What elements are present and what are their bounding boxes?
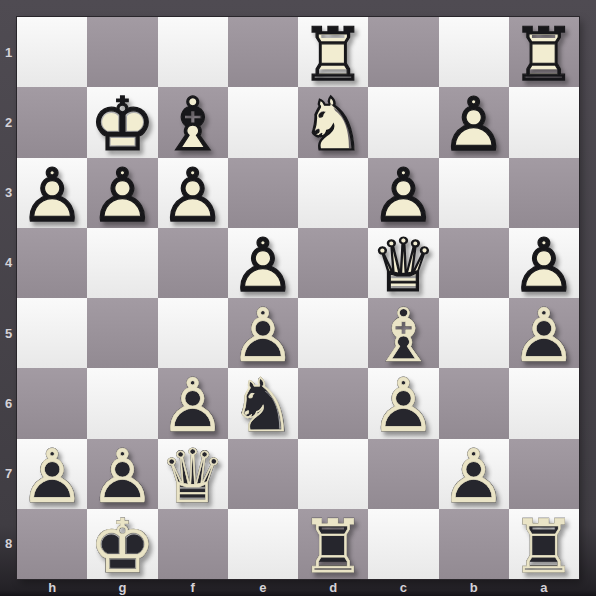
square-a4[interactable]: ♟♙ [509, 228, 579, 298]
square-d8[interactable]: ♜♖ [298, 509, 368, 579]
file-labels: hgfedcba [17, 579, 579, 596]
square-f1[interactable] [158, 17, 228, 87]
rank-labels: 12345678 [0, 17, 17, 579]
white-pawn[interactable]: ♟♙ [228, 228, 298, 298]
black-pawn[interactable]: ♟♙ [158, 368, 228, 438]
black-king[interactable]: ♚♔ [87, 509, 157, 579]
square-d3[interactable] [298, 158, 368, 228]
piece-glyph-outline: ♔ [87, 511, 157, 581]
piece-glyph-outline: ♙ [17, 160, 87, 230]
square-h6[interactable] [17, 368, 87, 438]
square-h7[interactable]: ♟♙ [17, 439, 87, 509]
square-c1[interactable] [368, 17, 438, 87]
file-label-b: b [439, 579, 509, 596]
square-f3[interactable]: ♟♙ [158, 158, 228, 228]
square-b4[interactable] [439, 228, 509, 298]
piece-glyph-outline: ♙ [368, 370, 438, 440]
file-label-g: g [87, 579, 157, 596]
square-d6[interactable] [298, 368, 368, 438]
black-rook[interactable]: ♜♖ [298, 509, 368, 579]
square-h3[interactable]: ♟♙ [17, 158, 87, 228]
white-pawn[interactable]: ♟♙ [158, 158, 228, 228]
piece-glyph-outline: ♗ [158, 89, 228, 159]
rank-label-2: 2 [0, 87, 17, 157]
square-a1[interactable]: ♜♖ [509, 17, 579, 87]
piece-glyph-outline: ♘ [298, 89, 368, 159]
rank-label-6: 6 [0, 368, 17, 438]
file-label-a: a [509, 579, 579, 596]
piece-glyph-outline: ♖ [298, 19, 368, 89]
piece-glyph-outline: ♙ [439, 441, 509, 511]
piece-glyph-outline: ♗ [368, 300, 438, 370]
piece-glyph-outline: ♖ [298, 511, 368, 581]
square-f6[interactable]: ♟♙ [158, 368, 228, 438]
piece-glyph-outline: ♙ [439, 89, 509, 159]
piece-glyph-outline: ♙ [228, 230, 298, 300]
black-pawn[interactable]: ♟♙ [87, 439, 157, 509]
file-label-e: e [228, 579, 298, 596]
piece-glyph-outline: ♕ [368, 230, 438, 300]
square-e6[interactable]: ♞♘ [228, 368, 298, 438]
board-grid: ♜♖♜♖♚♔♝♗♞♘♟♙♟♙♟♙♟♙♟♙♟♙♛♕♟♙♟♙♝♗♟♙♟♙♞♘♟♙♟♙… [17, 17, 579, 579]
chess-board-frame: 12345678 ♜♖♜♖♚♔♝♗♞♘♟♙♟♙♟♙♟♙♟♙♟♙♛♕♟♙♟♙♝♗♟… [0, 0, 596, 596]
square-e2[interactable] [228, 87, 298, 157]
square-g5[interactable] [87, 298, 157, 368]
black-pawn[interactable]: ♟♙ [17, 439, 87, 509]
square-f5[interactable] [158, 298, 228, 368]
square-e7[interactable] [228, 439, 298, 509]
rank-label-8: 8 [0, 509, 17, 579]
square-b2[interactable]: ♟♙ [439, 87, 509, 157]
file-label-f: f [158, 579, 228, 596]
black-knight[interactable]: ♞♘ [228, 368, 298, 438]
white-pawn[interactable]: ♟♙ [439, 87, 509, 157]
rank-label-4: 4 [0, 228, 17, 298]
piece-glyph-outline: ♙ [509, 300, 579, 370]
piece-glyph-outline: ♙ [509, 230, 579, 300]
square-d7[interactable] [298, 439, 368, 509]
piece-glyph-outline: ♙ [158, 370, 228, 440]
square-a3[interactable] [509, 158, 579, 228]
white-king[interactable]: ♚♔ [87, 87, 157, 157]
square-f8[interactable] [158, 509, 228, 579]
square-c5[interactable]: ♝♗ [368, 298, 438, 368]
piece-glyph-outline: ♘ [228, 370, 298, 440]
file-label-d: d [298, 579, 368, 596]
white-pawn[interactable]: ♟♙ [368, 158, 438, 228]
square-h4[interactable] [17, 228, 87, 298]
square-c7[interactable] [368, 439, 438, 509]
square-e3[interactable] [228, 158, 298, 228]
file-label-c: c [368, 579, 438, 596]
black-pawn[interactable]: ♟♙ [368, 368, 438, 438]
rank-label-7: 7 [0, 439, 17, 509]
square-g3[interactable]: ♟♙ [87, 158, 157, 228]
square-e4[interactable]: ♟♙ [228, 228, 298, 298]
square-h5[interactable] [17, 298, 87, 368]
piece-glyph-outline: ♙ [158, 160, 228, 230]
square-b3[interactable] [439, 158, 509, 228]
white-bishop[interactable]: ♝♗ [158, 87, 228, 157]
black-rook[interactable]: ♜♖ [509, 509, 579, 579]
square-a8[interactable]: ♜♖ [509, 509, 579, 579]
square-h2[interactable] [17, 87, 87, 157]
white-rook[interactable]: ♜♖ [509, 17, 579, 87]
square-e5[interactable]: ♟♙ [228, 298, 298, 368]
piece-glyph-outline: ♕ [158, 441, 228, 511]
square-g6[interactable] [87, 368, 157, 438]
square-a5[interactable]: ♟♙ [509, 298, 579, 368]
square-a7[interactable] [509, 439, 579, 509]
white-rook[interactable]: ♜♖ [298, 17, 368, 87]
piece-glyph-outline: ♖ [509, 19, 579, 89]
square-g8[interactable]: ♚♔ [87, 509, 157, 579]
black-queen[interactable]: ♛♕ [158, 439, 228, 509]
square-a6[interactable] [509, 368, 579, 438]
square-g4[interactable] [87, 228, 157, 298]
square-h1[interactable] [17, 17, 87, 87]
rank-label-1: 1 [0, 17, 17, 87]
square-g1[interactable] [87, 17, 157, 87]
white-queen[interactable]: ♛♕ [368, 228, 438, 298]
file-label-h: h [17, 579, 87, 596]
black-pawn[interactable]: ♟♙ [509, 298, 579, 368]
piece-glyph-outline: ♙ [17, 441, 87, 511]
square-d4[interactable] [298, 228, 368, 298]
square-b8[interactable] [439, 509, 509, 579]
black-pawn[interactable]: ♟♙ [439, 439, 509, 509]
square-d5[interactable] [298, 298, 368, 368]
square-e8[interactable] [228, 509, 298, 579]
square-c3[interactable]: ♟♙ [368, 158, 438, 228]
square-f2[interactable]: ♝♗ [158, 87, 228, 157]
square-c4[interactable]: ♛♕ [368, 228, 438, 298]
square-f4[interactable] [158, 228, 228, 298]
piece-glyph-outline: ♙ [87, 160, 157, 230]
black-bishop[interactable]: ♝♗ [368, 298, 438, 368]
piece-glyph-outline: ♙ [368, 160, 438, 230]
square-b6[interactable] [439, 368, 509, 438]
rank-label-3: 3 [0, 158, 17, 228]
square-b1[interactable] [439, 17, 509, 87]
square-c8[interactable] [368, 509, 438, 579]
square-g7[interactable]: ♟♙ [87, 439, 157, 509]
rank-label-5: 5 [0, 298, 17, 368]
piece-glyph-outline: ♙ [87, 441, 157, 511]
square-g2[interactable]: ♚♔ [87, 87, 157, 157]
square-b5[interactable] [439, 298, 509, 368]
square-b7[interactable]: ♟♙ [439, 439, 509, 509]
white-pawn[interactable]: ♟♙ [87, 158, 157, 228]
square-h8[interactable] [17, 509, 87, 579]
square-f7[interactable]: ♛♕ [158, 439, 228, 509]
white-pawn[interactable]: ♟♙ [17, 158, 87, 228]
square-a2[interactable] [509, 87, 579, 157]
square-c6[interactable]: ♟♙ [368, 368, 438, 438]
white-knight[interactable]: ♞♘ [298, 87, 368, 157]
square-d2[interactable]: ♞♘ [298, 87, 368, 157]
piece-glyph-outline: ♙ [228, 300, 298, 370]
white-pawn[interactable]: ♟♙ [509, 228, 579, 298]
black-pawn[interactable]: ♟♙ [228, 298, 298, 368]
square-c2[interactable] [368, 87, 438, 157]
piece-glyph-outline: ♖ [509, 511, 579, 581]
square-d1[interactable]: ♜♖ [298, 17, 368, 87]
square-e1[interactable] [228, 17, 298, 87]
piece-glyph-outline: ♔ [87, 89, 157, 159]
